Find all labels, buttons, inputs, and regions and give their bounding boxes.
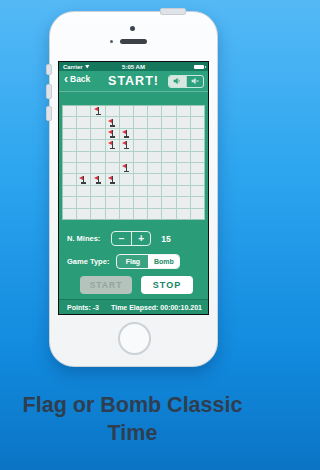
cell-r8c1[interactable]: [63, 186, 76, 196]
cell-r2c8[interactable]: [162, 117, 175, 127]
mines-count-value: 15: [161, 234, 170, 244]
game-type-bomb-option[interactable]: Bomb: [148, 255, 179, 268]
status-bar: Carrier 5:05 AM: [59, 62, 208, 71]
cell-r10c4[interactable]: [106, 209, 119, 219]
mines-stepper: − +: [111, 231, 151, 246]
cell-r1c4[interactable]: [106, 106, 119, 116]
sound-toggle: [168, 75, 204, 88]
cell-r8c9[interactable]: [177, 186, 190, 196]
phone-screen: Carrier 5:05 AM ‹ Back START!: [58, 61, 209, 315]
cell-r5c7[interactable]: [148, 152, 161, 162]
cell-r4c6[interactable]: [134, 140, 147, 150]
mute-switch: [46, 64, 52, 75]
speaker-on-icon: [173, 77, 181, 85]
cell-r5c2[interactable]: [77, 152, 90, 162]
cell-r5c8[interactable]: [162, 152, 175, 162]
power-button: [160, 8, 186, 15]
carrier-label: Carrier: [63, 64, 83, 70]
cell-r3c8[interactable]: [162, 129, 175, 139]
cell-r1c7[interactable]: [148, 106, 161, 116]
mines-label: N. Mines:: [67, 234, 100, 243]
front-camera: [130, 26, 135, 31]
cell-r7c3[interactable]: [91, 174, 104, 184]
cell-r2c9[interactable]: [177, 117, 190, 127]
cell-r4c1[interactable]: [63, 140, 76, 150]
cell-r8c7[interactable]: [148, 186, 161, 196]
cell-r9c3[interactable]: [91, 197, 104, 207]
cell-r6c8[interactable]: [162, 163, 175, 173]
cell-r7c10[interactable]: [191, 174, 204, 184]
cell-r5c4[interactable]: [106, 152, 119, 162]
cell-r5c10[interactable]: [191, 152, 204, 162]
cell-r6c9[interactable]: [177, 163, 190, 173]
cell-r10c6[interactable]: [134, 209, 147, 219]
cell-r2c5[interactable]: [120, 117, 133, 127]
game-type-row: Game Type: Flag Bomb: [59, 254, 208, 269]
cell-r6c5[interactable]: [120, 163, 133, 173]
wifi-icon: [85, 65, 90, 69]
cell-r9c9[interactable]: [177, 197, 190, 207]
clock-label: 5:05 AM: [110, 64, 157, 70]
cell-r7c2[interactable]: [77, 174, 90, 184]
cell-r4c4[interactable]: [106, 140, 119, 150]
cell-r7c9[interactable]: [177, 174, 190, 184]
cell-r5c3[interactable]: [91, 152, 104, 162]
volume-up-button: [46, 84, 52, 99]
start-button[interactable]: START: [80, 276, 132, 294]
cell-r7c6[interactable]: [134, 174, 147, 184]
flag-icon: [108, 130, 117, 138]
flag-icon: [108, 176, 117, 184]
time-elapsed-text: Time Elapsed: 00:00:10.201: [111, 304, 202, 311]
cell-r3c3[interactable]: [91, 129, 104, 139]
cell-r6c3[interactable]: [91, 163, 104, 173]
cell-r4c10[interactable]: [191, 140, 204, 150]
cell-r2c10[interactable]: [191, 117, 204, 127]
cell-r6c10[interactable]: [191, 163, 204, 173]
flag-icon: [94, 176, 103, 184]
cell-r4c3[interactable]: [91, 140, 104, 150]
points-text: Points: -3: [67, 304, 99, 311]
cell-r6c1[interactable]: [63, 163, 76, 173]
cell-r1c8[interactable]: [162, 106, 175, 116]
nav-bar: ‹ Back START!: [59, 71, 208, 92]
cell-r10c1[interactable]: [63, 209, 76, 219]
time-elapsed-value: 00:00:10.201: [160, 304, 202, 311]
mines-decrement-button[interactable]: −: [112, 232, 132, 245]
cell-r3c9[interactable]: [177, 129, 190, 139]
info-bar: Points: -3 Time Elapsed: 00:00:10.201: [59, 299, 208, 314]
cell-r10c2[interactable]: [77, 209, 90, 219]
cell-r7c7[interactable]: [148, 174, 161, 184]
cell-r3c5[interactable]: [120, 129, 133, 139]
cell-r1c9[interactable]: [177, 106, 190, 116]
cell-r2c2[interactable]: [77, 117, 90, 127]
sound-off-button[interactable]: [186, 76, 204, 87]
cell-r10c7[interactable]: [148, 209, 161, 219]
cell-r6c4[interactable]: [106, 163, 119, 173]
start-stop-row: START STOP: [62, 276, 208, 294]
cell-r7c5[interactable]: [120, 174, 133, 184]
cell-r3c6[interactable]: [134, 129, 147, 139]
flag-icon: [79, 176, 88, 184]
cell-r2c7[interactable]: [148, 117, 161, 127]
cell-r9c1[interactable]: [63, 197, 76, 207]
cell-r8c3[interactable]: [91, 186, 104, 196]
cell-r6c2[interactable]: [77, 163, 90, 173]
cell-r5c9[interactable]: [177, 152, 190, 162]
cell-r9c6[interactable]: [134, 197, 147, 207]
cell-r1c5[interactable]: [120, 106, 133, 116]
flag-icon: [122, 164, 131, 172]
stop-button[interactable]: STOP: [141, 276, 193, 294]
cell-r9c4[interactable]: [106, 197, 119, 207]
cell-r3c10[interactable]: [191, 129, 204, 139]
flag-icon: [94, 107, 103, 115]
cell-r8c5[interactable]: [120, 186, 133, 196]
cell-r9c5[interactable]: [120, 197, 133, 207]
cell-r1c1[interactable]: [63, 106, 76, 116]
cell-r1c10[interactable]: [191, 106, 204, 116]
cell-r9c7[interactable]: [148, 197, 161, 207]
cell-r1c3[interactable]: [91, 106, 104, 116]
cell-r2c1[interactable]: [63, 117, 76, 127]
mines-row: N. Mines: − + 15: [59, 231, 208, 247]
home-button[interactable]: [118, 322, 151, 355]
cell-r4c5[interactable]: [120, 140, 133, 150]
cell-r8c8[interactable]: [162, 186, 175, 196]
battery-icon: [194, 65, 204, 69]
cell-r8c2[interactable]: [77, 186, 90, 196]
cell-r4c7[interactable]: [148, 140, 161, 150]
caption: Flag or Bomb Classic Time: [0, 391, 265, 447]
cell-r1c2[interactable]: [77, 106, 90, 116]
sound-on-button[interactable]: [169, 76, 186, 87]
flag-icon: [108, 119, 117, 127]
game-type-segmented-control: Flag Bomb: [116, 254, 180, 269]
mines-increment-button[interactable]: +: [132, 232, 151, 245]
cell-r10c8[interactable]: [162, 209, 175, 219]
flag-icon: [122, 130, 131, 138]
flag-icon: [122, 141, 131, 149]
cell-r2c4[interactable]: [106, 117, 119, 127]
game-type-flag-option[interactable]: Flag: [117, 255, 148, 268]
cell-r4c8[interactable]: [162, 140, 175, 150]
points-value: -3: [93, 304, 99, 311]
cell-r7c4[interactable]: [106, 174, 119, 184]
cell-r9c8[interactable]: [162, 197, 175, 207]
cell-r6c7[interactable]: [148, 163, 161, 173]
volume-down-button: [46, 106, 52, 121]
cell-r10c9[interactable]: [177, 209, 190, 219]
cell-r3c1[interactable]: [63, 129, 76, 139]
speaker-off-icon: [191, 77, 199, 85]
cell-r4c2[interactable]: [77, 140, 90, 150]
proximity-sensor: [110, 40, 113, 43]
cell-r3c4[interactable]: [106, 129, 119, 139]
cell-r1c6[interactable]: [134, 106, 147, 116]
phone-frame: Carrier 5:05 AM ‹ Back START!: [49, 11, 218, 367]
cell-r10c3[interactable]: [91, 209, 104, 219]
cell-r4c9[interactable]: [177, 140, 190, 150]
cell-r10c10[interactable]: [191, 209, 204, 219]
cell-r7c8[interactable]: [162, 174, 175, 184]
cell-r5c5[interactable]: [120, 152, 133, 162]
cell-r2c3[interactable]: [91, 117, 104, 127]
cell-r3c7[interactable]: [148, 129, 161, 139]
minesweeper-board: [62, 105, 205, 220]
cell-r2c6[interactable]: [134, 117, 147, 127]
flag-icon: [108, 141, 117, 149]
cell-r6c6[interactable]: [134, 163, 147, 173]
cell-r3c2[interactable]: [77, 129, 90, 139]
cell-r8c4[interactable]: [106, 186, 119, 196]
cell-r7c1[interactable]: [63, 174, 76, 184]
cell-r5c1[interactable]: [63, 152, 76, 162]
caption-text: Flag or Bomb Classic Time: [7, 391, 259, 447]
cell-r5c6[interactable]: [134, 152, 147, 162]
cell-r9c10[interactable]: [191, 197, 204, 207]
cell-r8c10[interactable]: [191, 186, 204, 196]
cell-r10c5[interactable]: [120, 209, 133, 219]
game-type-label: Game Type:: [67, 257, 109, 266]
cell-r8c6[interactable]: [134, 186, 147, 196]
cell-r9c2[interactable]: [77, 197, 90, 207]
earpiece-speaker: [120, 39, 147, 44]
app-window: Carrier 5:05 AM ‹ Back START!: [59, 62, 208, 314]
